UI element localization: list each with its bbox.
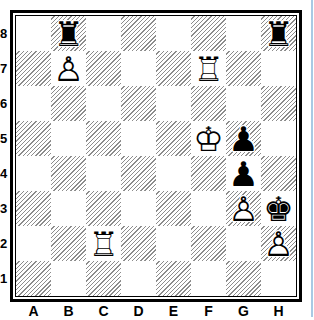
piece-halo: ♟ xyxy=(226,156,261,191)
piece-black-rook: ♜ xyxy=(261,16,296,51)
square-a3 xyxy=(16,191,51,226)
piece-white-pawn: ♙ xyxy=(261,226,296,261)
square-a5 xyxy=(16,121,51,156)
square-f5: ♚♔ xyxy=(191,121,226,156)
file-label-f: F xyxy=(191,303,226,319)
piece-halo: ♚ xyxy=(261,191,296,226)
rank-label-5: 5 xyxy=(0,121,9,156)
square-c3 xyxy=(86,191,121,226)
piece-halo: ♜ xyxy=(51,16,86,51)
file-label-g: G xyxy=(226,303,261,319)
square-e4 xyxy=(156,156,191,191)
square-a2 xyxy=(16,226,51,261)
square-f1 xyxy=(191,261,226,296)
piece-halo: ♟ xyxy=(226,191,261,226)
square-b1 xyxy=(51,261,86,296)
square-e1 xyxy=(156,261,191,296)
square-h2: ♟♙ xyxy=(261,226,296,261)
piece-white-rook: ♖ xyxy=(191,51,226,86)
square-f8 xyxy=(191,16,226,51)
square-b3 xyxy=(51,191,86,226)
square-h4 xyxy=(261,156,296,191)
square-g1 xyxy=(226,261,261,296)
square-f3 xyxy=(191,191,226,226)
file-label-a: A xyxy=(16,303,51,319)
file-label-e: E xyxy=(156,303,191,319)
square-h5 xyxy=(261,121,296,156)
square-a4 xyxy=(16,156,51,191)
square-h3: ♚♚ xyxy=(261,191,296,226)
square-b7: ♟♙ xyxy=(51,51,86,86)
square-g6 xyxy=(226,86,261,121)
rank-label-1: 1 xyxy=(0,261,9,296)
square-a8 xyxy=(16,16,51,51)
piece-halo: ♟ xyxy=(226,121,261,156)
square-e6 xyxy=(156,86,191,121)
board-frame: ♜♜♜♜♟♙♜♖♚♔♟♟♟♟♟♙♚♚♜♖♟♙ xyxy=(10,10,302,302)
piece-halo: ♟ xyxy=(51,51,86,86)
square-d3 xyxy=(121,191,156,226)
square-e2 xyxy=(156,226,191,261)
square-d5 xyxy=(121,121,156,156)
square-g5: ♟♟ xyxy=(226,121,261,156)
square-h6 xyxy=(261,86,296,121)
square-c6 xyxy=(86,86,121,121)
piece-halo: ♜ xyxy=(86,226,121,261)
square-c5 xyxy=(86,121,121,156)
file-label-c: C xyxy=(86,303,121,319)
rank-label-3: 3 xyxy=(0,191,9,226)
square-f2 xyxy=(191,226,226,261)
square-e8 xyxy=(156,16,191,51)
rank-label-4: 4 xyxy=(0,156,9,191)
piece-halo: ♟ xyxy=(261,226,296,261)
square-d7 xyxy=(121,51,156,86)
square-h8: ♜♜ xyxy=(261,16,296,51)
square-b8: ♜♜ xyxy=(51,16,86,51)
piece-black-pawn: ♟ xyxy=(226,121,261,156)
chess-diagram: ♜♜♜♜♟♙♜♖♚♔♟♟♟♟♟♙♚♚♜♖♟♙ 87654321 ABCDEFGH xyxy=(0,0,314,320)
piece-white-pawn: ♙ xyxy=(226,191,261,226)
square-h1 xyxy=(261,261,296,296)
square-f7: ♜♖ xyxy=(191,51,226,86)
piece-halo: ♚ xyxy=(191,121,226,156)
piece-halo: ♜ xyxy=(261,16,296,51)
square-d6 xyxy=(121,86,156,121)
piece-black-rook: ♜ xyxy=(51,16,86,51)
rank-label-8: 8 xyxy=(0,16,9,51)
square-c7 xyxy=(86,51,121,86)
board-inner-border: ♜♜♜♜♟♙♜♖♚♔♟♟♟♟♟♙♚♚♜♖♟♙ xyxy=(15,15,297,297)
rank-label-7: 7 xyxy=(0,51,9,86)
square-g8 xyxy=(226,16,261,51)
rank-label-6: 6 xyxy=(0,86,9,121)
square-e7 xyxy=(156,51,191,86)
square-f6 xyxy=(191,86,226,121)
square-g3: ♟♙ xyxy=(226,191,261,226)
square-f4 xyxy=(191,156,226,191)
file-label-d: D xyxy=(121,303,156,319)
square-b6 xyxy=(51,86,86,121)
piece-black-king: ♚ xyxy=(261,191,296,226)
square-c8 xyxy=(86,16,121,51)
square-a1 xyxy=(16,261,51,296)
square-g4: ♟♟ xyxy=(226,156,261,191)
rank-label-2: 2 xyxy=(0,226,9,261)
square-d1 xyxy=(121,261,156,296)
square-d4 xyxy=(121,156,156,191)
square-c1 xyxy=(86,261,121,296)
square-c2: ♜♖ xyxy=(86,226,121,261)
square-d2 xyxy=(121,226,156,261)
chess-board: ♜♜♜♜♟♙♜♖♚♔♟♟♟♟♟♙♚♚♜♖♟♙ xyxy=(16,16,296,296)
piece-white-rook: ♖ xyxy=(86,226,121,261)
square-d8 xyxy=(121,16,156,51)
square-a6 xyxy=(16,86,51,121)
piece-halo: ♜ xyxy=(191,51,226,86)
square-g2 xyxy=(226,226,261,261)
square-h7 xyxy=(261,51,296,86)
piece-white-pawn: ♙ xyxy=(51,51,86,86)
piece-black-pawn: ♟ xyxy=(226,156,261,191)
square-c4 xyxy=(86,156,121,191)
square-b5 xyxy=(51,121,86,156)
right-edge-accent-line xyxy=(311,0,313,317)
square-e3 xyxy=(156,191,191,226)
square-g7 xyxy=(226,51,261,86)
square-b2 xyxy=(51,226,86,261)
file-label-b: B xyxy=(51,303,86,319)
square-e5 xyxy=(156,121,191,156)
piece-white-king: ♔ xyxy=(191,121,226,156)
file-label-h: H xyxy=(261,303,296,319)
square-b4 xyxy=(51,156,86,191)
square-a7 xyxy=(16,51,51,86)
